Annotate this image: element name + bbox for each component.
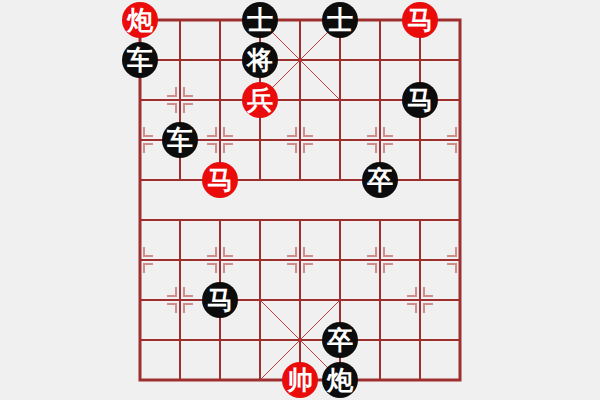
piece-red-cannon[interactable]: 炮 [122,2,158,38]
piece-black-soldier[interactable]: 卒 [362,162,398,198]
piece-black-cannon[interactable]: 炮 [322,362,358,398]
piece-red-general[interactable]: 帅 [282,362,318,398]
piece-black-advisor[interactable]: 士 [242,2,278,38]
piece-black-chariot[interactable]: 车 [122,42,158,78]
piece-black-general[interactable]: 将 [242,42,278,78]
piece-black-advisor[interactable]: 士 [322,2,358,38]
piece-red-soldier[interactable]: 兵 [242,82,278,118]
piece-black-horse[interactable]: 马 [402,82,438,118]
piece-red-horse[interactable]: 马 [402,2,438,38]
piece-black-chariot[interactable]: 车 [162,122,198,158]
pieces-layer: 炮马士士车将兵马车马卒马卒帅炮 [0,0,600,400]
piece-red-horse[interactable]: 马 [202,162,238,198]
piece-black-soldier[interactable]: 卒 [322,322,358,358]
xiangqi-diagram: 炮马士士车将兵马车马卒马卒帅炮 [0,0,600,400]
piece-black-horse[interactable]: 马 [202,282,238,318]
